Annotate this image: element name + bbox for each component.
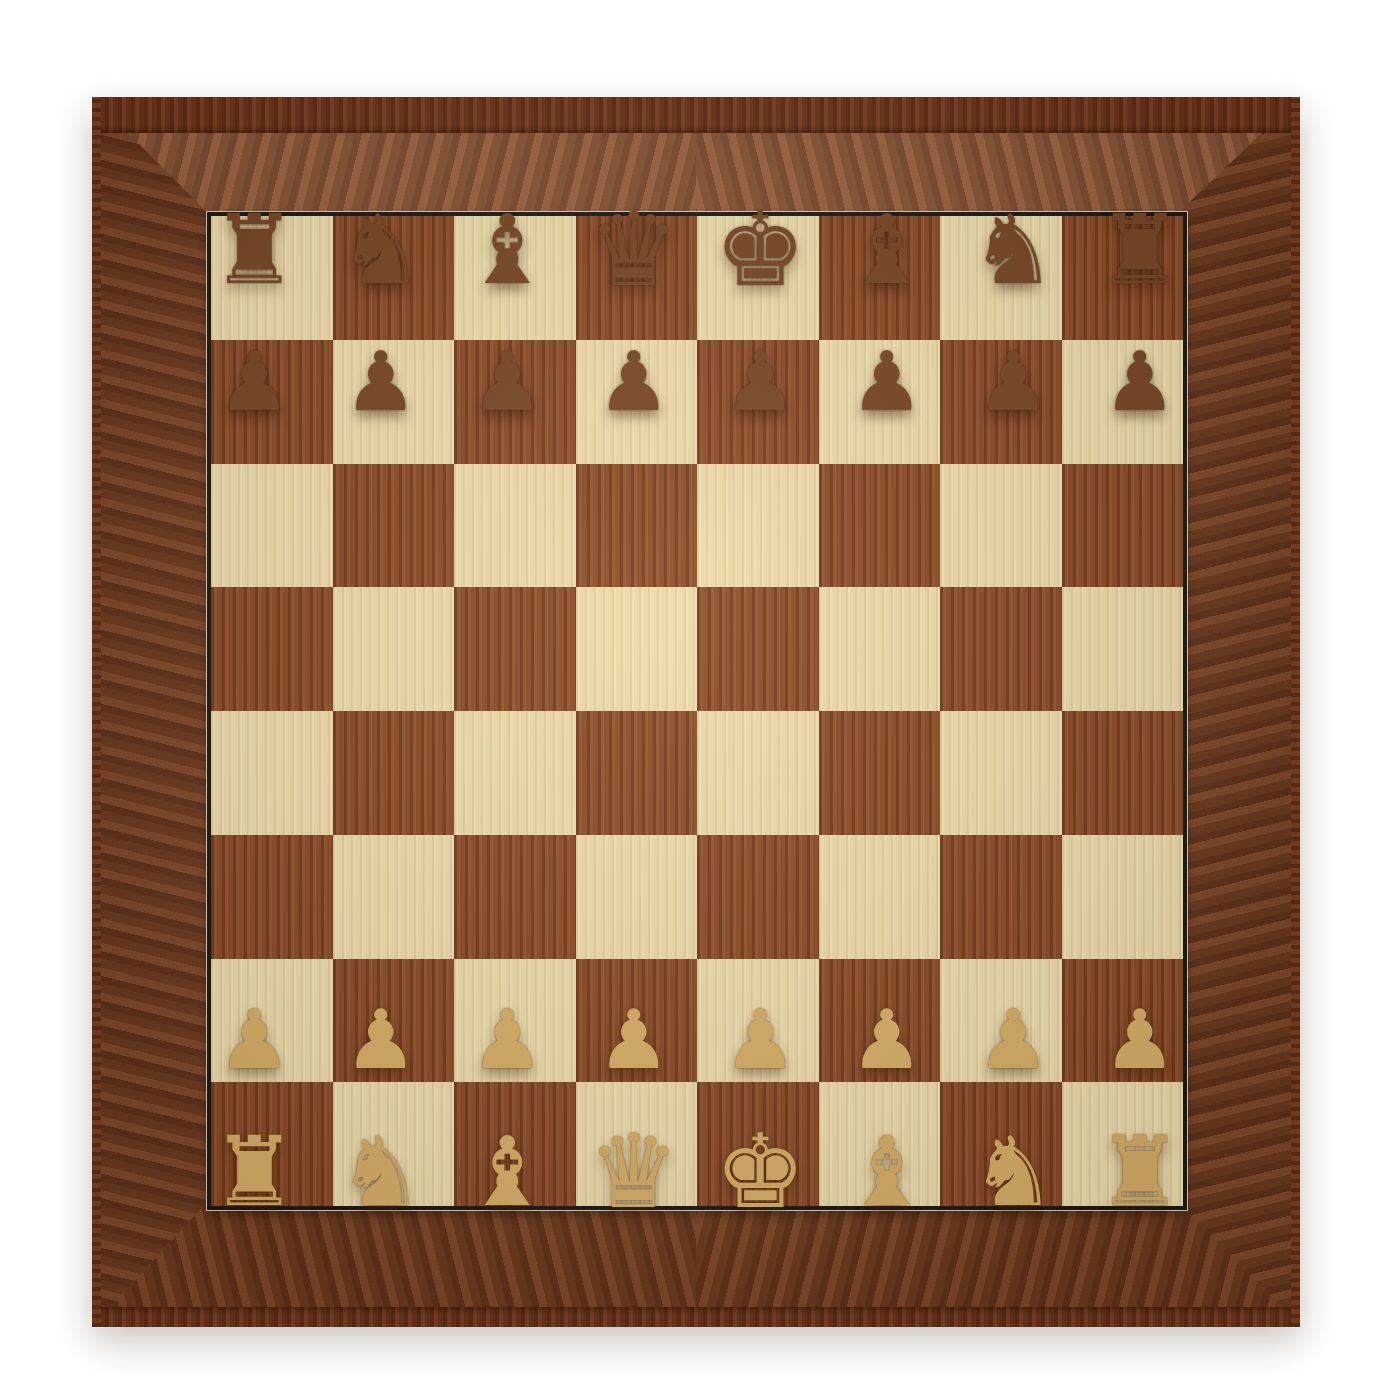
square-d3[interactable] (576, 835, 698, 959)
square-c4[interactable] (454, 711, 576, 835)
square-e3[interactable] (697, 835, 819, 959)
piece-light-bishop-f1[interactable]: ♝ (826, 1110, 948, 1234)
square-d6[interactable] (576, 464, 698, 588)
square-f6[interactable] (819, 464, 941, 588)
square-c6[interactable] (454, 464, 576, 588)
piece-dark-pawn-b7[interactable]: ♟ (320, 320, 442, 444)
square-g5[interactable] (940, 587, 1062, 711)
piece-dark-knight-g8[interactable]: ♞ (953, 188, 1075, 312)
chess-board: ♜♞♝♛♚♝♞♜♟♟♟♟♟♟♟♟♟♟♟♟♟♟♟♟♜♞♝♛♚♝♞♜ (92, 97, 1300, 1327)
square-c1[interactable]: ♝ (454, 1082, 576, 1206)
piece-light-king-e1[interactable]: ♚ (700, 1110, 822, 1234)
board-edge-left (92, 97, 101, 1327)
square-d2[interactable]: ♟ (576, 959, 698, 1083)
square-b7[interactable]: ♟ (333, 340, 455, 464)
square-g4[interactable] (940, 711, 1062, 835)
piece-dark-pawn-d7[interactable]: ♟ (573, 320, 695, 444)
square-b4[interactable] (333, 711, 455, 835)
square-e1[interactable]: ♚ (697, 1082, 819, 1206)
square-h6[interactable] (1062, 464, 1184, 588)
square-c7[interactable]: ♟ (454, 340, 576, 464)
piece-dark-king-e8[interactable]: ♚ (700, 188, 822, 312)
square-h2[interactable]: ♟ (1062, 959, 1184, 1083)
square-c5[interactable] (454, 587, 576, 711)
square-a4[interactable] (211, 711, 333, 835)
piece-dark-pawn-h7[interactable]: ♟ (1079, 320, 1201, 444)
square-h7[interactable]: ♟ (1062, 340, 1184, 464)
piece-light-rook-h1[interactable]: ♜ (1079, 1110, 1201, 1234)
square-f7[interactable]: ♟ (819, 340, 941, 464)
piece-dark-pawn-f7[interactable]: ♟ (826, 320, 948, 444)
piece-dark-queen-d8[interactable]: ♛ (573, 188, 695, 312)
square-g6[interactable] (940, 464, 1062, 588)
square-f2[interactable]: ♟ (819, 959, 941, 1083)
square-g3[interactable] (940, 835, 1062, 959)
square-d4[interactable] (576, 711, 698, 835)
piece-light-queen-d1[interactable]: ♛ (573, 1110, 695, 1234)
piece-dark-pawn-g7[interactable]: ♟ (953, 320, 1075, 444)
square-f4[interactable] (819, 711, 941, 835)
square-h5[interactable] (1062, 587, 1184, 711)
board-playing-area: ♜♞♝♛♚♝♞♜♟♟♟♟♟♟♟♟♟♟♟♟♟♟♟♟♜♞♝♛♚♝♞♜ (207, 212, 1187, 1210)
square-a3[interactable] (211, 835, 333, 959)
square-f5[interactable] (819, 587, 941, 711)
square-b6[interactable] (333, 464, 455, 588)
square-e7[interactable]: ♟ (697, 340, 819, 464)
square-e6[interactable] (697, 464, 819, 588)
piece-dark-bishop-c8[interactable]: ♝ (447, 188, 569, 312)
square-h3[interactable] (1062, 835, 1184, 959)
square-c2[interactable]: ♟ (454, 959, 576, 1083)
piece-light-rook-a1[interactable]: ♜ (194, 1110, 316, 1234)
square-d7[interactable]: ♟ (576, 340, 698, 464)
photo-background: ♜♞♝♛♚♝♞♜♟♟♟♟♟♟♟♟♟♟♟♟♟♟♟♟♜♞♝♛♚♝♞♜ (0, 0, 1400, 1400)
square-a7[interactable]: ♟ (211, 340, 333, 464)
square-h4[interactable] (1062, 711, 1184, 835)
piece-dark-rook-h8[interactable]: ♜ (1079, 188, 1201, 312)
square-h1[interactable]: ♜ (1062, 1082, 1184, 1206)
square-f3[interactable] (819, 835, 941, 959)
square-a6[interactable] (211, 464, 333, 588)
board-edge-bottom (92, 1307, 1300, 1327)
square-b3[interactable] (333, 835, 455, 959)
board-edge-top (92, 97, 1300, 133)
square-b2[interactable]: ♟ (333, 959, 455, 1083)
square-b1[interactable]: ♞ (333, 1082, 455, 1206)
square-b5[interactable] (333, 587, 455, 711)
piece-light-knight-b1[interactable]: ♞ (320, 1110, 442, 1234)
square-a1[interactable]: ♜ (211, 1082, 333, 1206)
piece-dark-knight-b8[interactable]: ♞ (320, 188, 442, 312)
square-e5[interactable] (697, 587, 819, 711)
piece-dark-pawn-e7[interactable]: ♟ (700, 320, 822, 444)
piece-light-bishop-c1[interactable]: ♝ (447, 1110, 569, 1234)
square-e4[interactable] (697, 711, 819, 835)
piece-dark-pawn-c7[interactable]: ♟ (447, 320, 569, 444)
square-e2[interactable]: ♟ (697, 959, 819, 1083)
piece-dark-bishop-f8[interactable]: ♝ (826, 188, 948, 312)
square-d5[interactable] (576, 587, 698, 711)
square-d1[interactable]: ♛ (576, 1082, 698, 1206)
board-grid: ♜♞♝♛♚♝♞♜♟♟♟♟♟♟♟♟♟♟♟♟♟♟♟♟♜♞♝♛♚♝♞♜ (211, 216, 1183, 1206)
square-g7[interactable]: ♟ (940, 340, 1062, 464)
piece-dark-rook-a8[interactable]: ♜ (194, 188, 316, 312)
board-edge-right (1291, 97, 1300, 1327)
square-f1[interactable]: ♝ (819, 1082, 941, 1206)
square-g2[interactable]: ♟ (940, 959, 1062, 1083)
square-c3[interactable] (454, 835, 576, 959)
square-a5[interactable] (211, 587, 333, 711)
piece-dark-pawn-a7[interactable]: ♟ (194, 320, 316, 444)
square-a2[interactable]: ♟ (211, 959, 333, 1083)
piece-light-knight-g1[interactable]: ♞ (953, 1110, 1075, 1234)
square-g1[interactable]: ♞ (940, 1082, 1062, 1206)
